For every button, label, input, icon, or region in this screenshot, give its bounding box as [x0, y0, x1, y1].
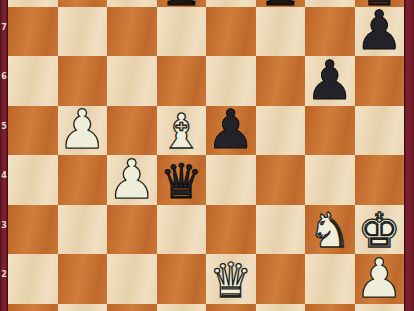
square-c6 [107, 56, 157, 106]
white-bishop-icon: ♝ [160, 107, 203, 155]
square-f8: ♜ [256, 0, 306, 7]
square-h5 [355, 106, 405, 156]
square-a5 [8, 106, 58, 156]
square-e5: ♟ [206, 106, 256, 156]
square-b5: ♟ [58, 106, 108, 156]
white-queen-icon: ♛ [209, 256, 252, 304]
square-b3 [58, 205, 108, 255]
square-b7 [58, 7, 108, 57]
square-h6 [355, 56, 405, 106]
square-f1 [256, 304, 306, 311]
square-a3 [8, 205, 58, 255]
rank-label-6: 6 [0, 73, 8, 81]
square-g5 [305, 106, 355, 156]
square-d2 [157, 254, 207, 304]
square-a6 [8, 56, 58, 106]
white-pawn-icon: ♟ [355, 252, 403, 306]
black-queen-icon: ♛ [160, 157, 203, 205]
rank-label-3: 3 [0, 222, 8, 230]
square-c4: ♟ [107, 155, 157, 205]
rank-label-5: 5 [0, 123, 8, 131]
chess-board: ♜♜♚♟♟♟♝♟♟♛♞♚♛♟ [8, 0, 404, 311]
black-pawn-icon: ♟ [306, 54, 354, 108]
square-e3 [206, 205, 256, 255]
square-b2 [58, 254, 108, 304]
rank-label-7: 7 [0, 24, 8, 32]
square-d6 [157, 56, 207, 106]
square-b4 [58, 155, 108, 205]
square-h2: ♟ [355, 254, 405, 304]
chess-diagram: ♜♜♚♟♟♟♝♟♟♛♞♚♛♟ 87654321 [0, 0, 414, 311]
black-rook-icon: ♜ [160, 0, 203, 12]
square-d3 [157, 205, 207, 255]
rank-label-2: 2 [0, 271, 8, 279]
rank-label-4: 4 [0, 172, 8, 180]
square-d8: ♜ [157, 0, 207, 7]
square-f5 [256, 106, 306, 156]
square-c3 [107, 205, 157, 255]
square-d5: ♝ [157, 106, 207, 156]
square-a1 [8, 304, 58, 311]
square-g4 [305, 155, 355, 205]
square-g1 [305, 304, 355, 311]
square-f2 [256, 254, 306, 304]
square-b1 [58, 304, 108, 311]
square-f6 [256, 56, 306, 106]
square-c7 [107, 7, 157, 57]
white-pawn-icon: ♟ [108, 153, 156, 207]
white-pawn-icon: ♟ [58, 103, 106, 157]
square-a4 [8, 155, 58, 205]
black-pawn-icon: ♟ [355, 4, 403, 58]
square-d1 [157, 304, 207, 311]
black-pawn-icon: ♟ [207, 103, 255, 157]
square-c1 [107, 304, 157, 311]
square-f3 [256, 205, 306, 255]
square-e7 [206, 7, 256, 57]
white-knight-icon: ♞ [308, 206, 351, 254]
square-h4 [355, 155, 405, 205]
square-h7: ♟ [355, 7, 405, 57]
square-e2: ♛ [206, 254, 256, 304]
square-a2 [8, 254, 58, 304]
black-rook-icon: ♜ [259, 0, 302, 12]
square-e4 [206, 155, 256, 205]
square-a7 [8, 7, 58, 57]
square-g2 [305, 254, 355, 304]
square-c2 [107, 254, 157, 304]
square-f4 [256, 155, 306, 205]
square-g3: ♞ [305, 205, 355, 255]
square-g6: ♟ [305, 56, 355, 106]
square-d4: ♛ [157, 155, 207, 205]
